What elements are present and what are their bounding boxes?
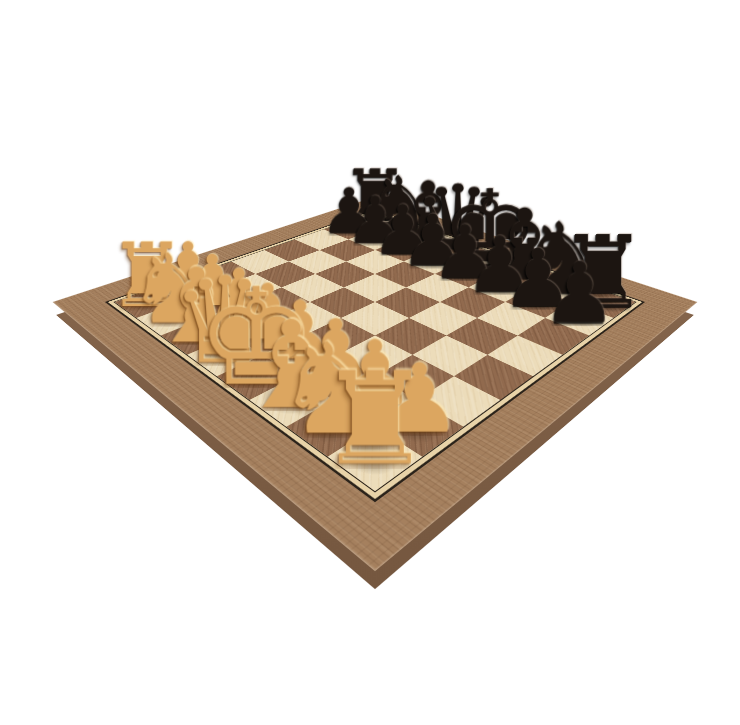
board-pinstripe-border: ♜♞♝♛♚♝♞♜♟♟♟♟♟♟♟♟♟♟♟♟♟♟♟♟♜♞♝♛♚♝♞♜: [105, 209, 645, 502]
square-h1: ♜: [328, 427, 422, 491]
square-d5: [344, 274, 406, 302]
board-grid: ♜♞♝♛♚♝♞♜♟♟♟♟♟♟♟♟♟♟♟♟♟♟♟♟♜♞♝♛♚♝♞♜: [113, 211, 636, 492]
square-h7: ♟: [545, 302, 613, 336]
product-photo-scene: ♜♞♝♛♚♝♞♜♟♟♟♟♟♟♟♟♟♟♟♟♟♟♟♟♜♞♝♛♚♝♞♜: [0, 0, 740, 725]
chess-board: ♜♞♝♛♚♝♞♜♟♟♟♟♟♟♟♟♟♟♟♟♟♟♟♟♜♞♝♛♚♝♞♜: [53, 197, 698, 572]
